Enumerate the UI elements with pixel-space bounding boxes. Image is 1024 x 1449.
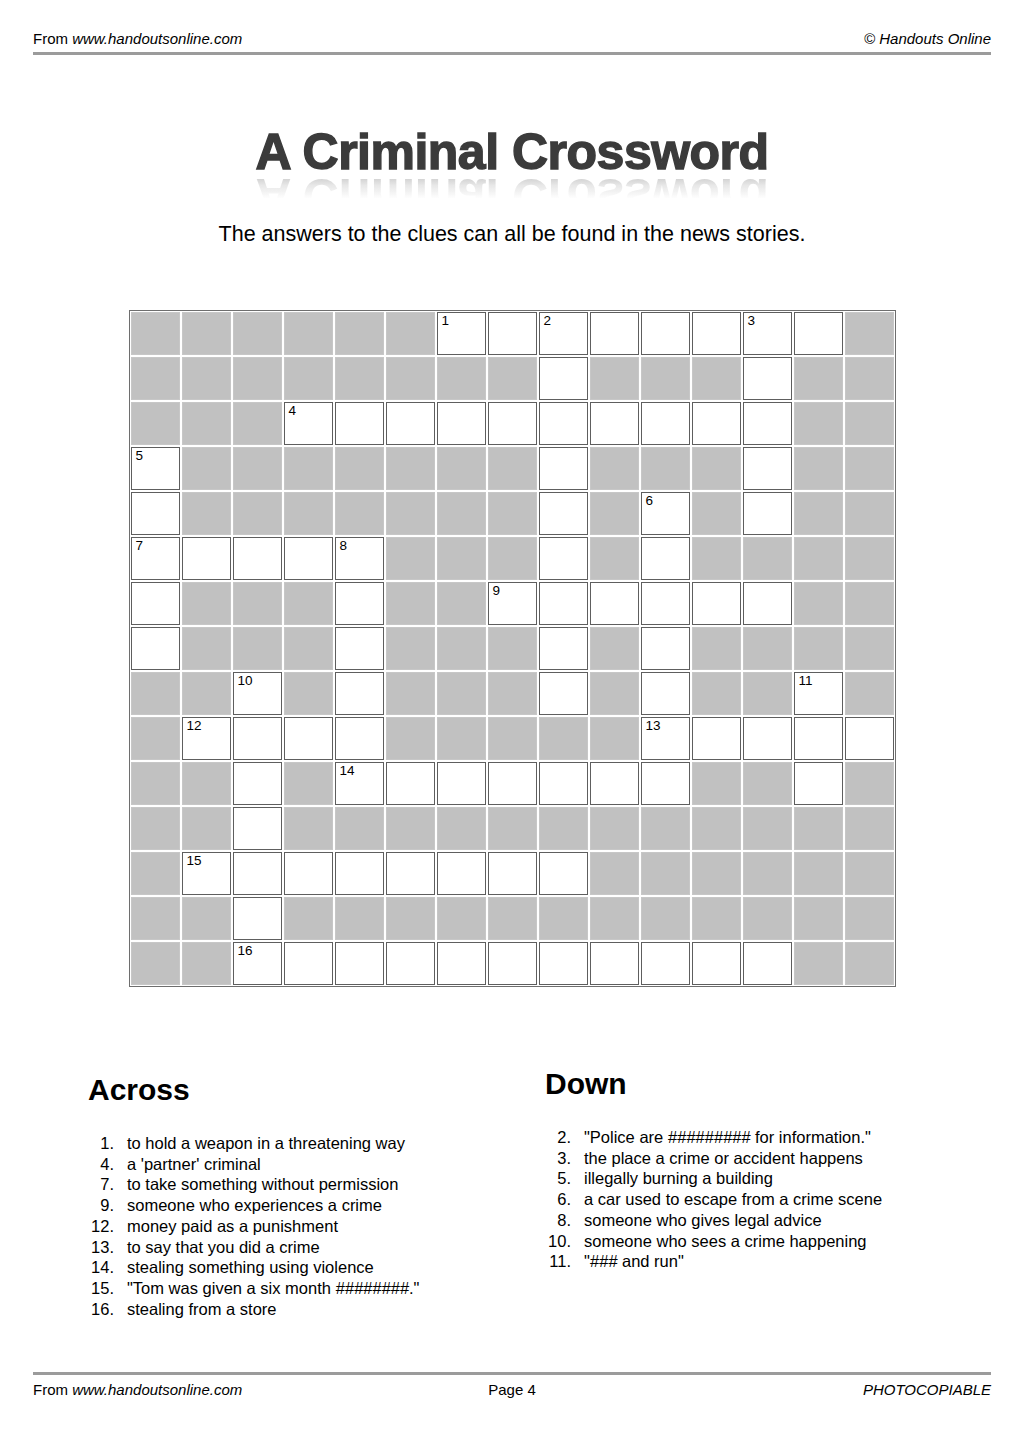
grid-cell-block: [845, 852, 894, 895]
grid-cell-open[interactable]: [386, 762, 435, 805]
grid-cell-block: [386, 807, 435, 850]
clue-number: 16.: [78, 1299, 114, 1320]
grid-cell-block: [794, 357, 843, 400]
clue-segment: illegally burning a building: [584, 1169, 773, 1187]
grid-cell-block: [284, 312, 333, 355]
grid-cell-open[interactable]: [641, 537, 690, 580]
grid-cell-block: [794, 447, 843, 490]
grid-cell-block: [437, 807, 486, 850]
grid-cell-block: [743, 807, 792, 850]
grid-cell-open[interactable]: [437, 942, 486, 985]
page-footer: From www.handoutsonline.com Page 4 PHOTO…: [33, 1372, 991, 1398]
grid-cell-block: [284, 447, 333, 490]
grid-cell-open[interactable]: [488, 402, 537, 445]
grid-cell-open[interactable]: 10: [233, 672, 282, 715]
clue-number: 3.: [535, 1148, 571, 1169]
clue-segment: "Tom was given a six month: [127, 1279, 336, 1297]
grid-cell-open[interactable]: 13: [641, 717, 690, 760]
clue-text: to hold a weapon in a threatening way: [127, 1133, 490, 1154]
grid-cell-block: [335, 357, 384, 400]
across-heading: Across: [88, 1073, 490, 1107]
grid-cell-block: [845, 942, 894, 985]
clue-number: 14.: [78, 1257, 114, 1278]
clue-number: 11.: [535, 1251, 571, 1272]
grid-cell-block: [386, 717, 435, 760]
clue-text: money paid as a punishment: [127, 1216, 490, 1237]
clue-number: 4.: [78, 1154, 114, 1175]
grid-cell-block: [131, 897, 180, 940]
grid-cell-block: [386, 492, 435, 535]
clue-text: a car used to escape from a crime scene: [584, 1189, 991, 1210]
grid-cell-open[interactable]: 4: [284, 402, 333, 445]
grid-cell-block: [335, 312, 384, 355]
grid-cell-block: [386, 627, 435, 670]
cell-number: 15: [187, 854, 202, 868]
grid-cell-block: [437, 897, 486, 940]
header-source-site: www.handoutsonline.com: [72, 30, 242, 47]
grid-cell-open[interactable]: [590, 582, 639, 625]
grid-cell-open[interactable]: [335, 582, 384, 625]
grid-cell-block: [590, 492, 639, 535]
clue-blank-hashes: ###: [590, 1252, 618, 1270]
grid-cell-block: [182, 312, 231, 355]
grid-cell-block: [845, 672, 894, 715]
clue-segment: for information.": [750, 1128, 871, 1146]
grid-cell-block: [692, 762, 741, 805]
grid-cell-open[interactable]: 8: [335, 537, 384, 580]
grid-cell-open[interactable]: 9: [488, 582, 537, 625]
grid-cell-block: [641, 852, 690, 895]
clue-segment: a car used to escape from a crime scene: [584, 1190, 882, 1208]
header-source: From www.handoutsonline.com: [33, 30, 242, 47]
grid-area: 12345678910111213141516: [0, 310, 1024, 987]
grid-cell-block: [488, 447, 537, 490]
grid-cell-open[interactable]: [284, 537, 333, 580]
grid-cell-open[interactable]: [131, 582, 180, 625]
grid-cell-block: [590, 447, 639, 490]
grid-cell-block: [488, 672, 537, 715]
grid-cell-open[interactable]: 16: [233, 942, 282, 985]
across-clues: Across 1.to hold a weapon in a threateni…: [33, 1073, 490, 1319]
grid-cell-block: [488, 492, 537, 535]
grid-cell-block: [335, 897, 384, 940]
grid-cell-open[interactable]: [539, 852, 588, 895]
clue-segment: to say that you did a crime: [127, 1238, 320, 1256]
grid-cell-open[interactable]: [539, 402, 588, 445]
grid-cell-open[interactable]: [743, 447, 792, 490]
grid-cell-block: [539, 807, 588, 850]
grid-cell-block: [182, 447, 231, 490]
grid-cell-block: [539, 897, 588, 940]
clue-text: illegally burning a building: [584, 1168, 991, 1189]
page-title: A Criminal Crossword: [0, 125, 1024, 179]
grid-cell-block: [692, 537, 741, 580]
grid-cell-block: [386, 672, 435, 715]
grid-cell-block: [233, 357, 282, 400]
grid-cell-open[interactable]: [539, 492, 588, 535]
cell-number: 4: [289, 404, 297, 418]
grid-cell-open[interactable]: [539, 672, 588, 715]
clue-text: "Police are ######### for information.": [584, 1127, 991, 1148]
grid-cell-open[interactable]: 3: [743, 312, 792, 355]
grid-cell-open[interactable]: [692, 402, 741, 445]
grid-cell-block: [233, 402, 282, 445]
grid-cell-block: [743, 852, 792, 895]
grid-cell-block: [845, 492, 894, 535]
clue-blank-hashes: #########: [668, 1128, 751, 1146]
grid-cell-open[interactable]: [386, 852, 435, 895]
grid-cell-block: [182, 582, 231, 625]
grid-cell-open[interactable]: [641, 627, 690, 670]
cell-number: 1: [442, 314, 450, 328]
cell-number: 5: [136, 449, 144, 463]
grid-cell-block: [794, 897, 843, 940]
cell-number: 13: [646, 719, 661, 733]
grid-cell-open[interactable]: [233, 897, 282, 940]
grid-cell-block: [845, 357, 894, 400]
grid-cell-block: [182, 627, 231, 670]
grid-cell-open[interactable]: [692, 942, 741, 985]
clue-segment: someone who experiences a crime: [127, 1196, 382, 1214]
grid-cell-block: [386, 312, 435, 355]
grid-cell-open[interactable]: [641, 402, 690, 445]
grid-cell-open[interactable]: [743, 582, 792, 625]
grid-cell-open[interactable]: [335, 852, 384, 895]
across-clue-list: 1.to hold a weapon in a threatening way4…: [78, 1133, 490, 1319]
clue-text: the place a crime or accident happens: [584, 1148, 991, 1169]
grid-cell-open[interactable]: 5: [131, 447, 180, 490]
grid-cell-open[interactable]: [284, 717, 333, 760]
grid-cell-block: [845, 762, 894, 805]
grid-cell-open[interactable]: [386, 402, 435, 445]
clue-segment: a 'partner' criminal: [127, 1155, 261, 1173]
grid-cell-block: [590, 852, 639, 895]
grid-cell-block: [437, 492, 486, 535]
grid-cell-open[interactable]: [539, 627, 588, 670]
grid-cell-open[interactable]: [845, 717, 894, 760]
clue-segment: money paid as a punishment: [127, 1217, 338, 1235]
grid-cell-open[interactable]: [335, 402, 384, 445]
grid-cell-block: [182, 807, 231, 850]
grid-cell-block: [641, 807, 690, 850]
grid-cell-open[interactable]: [590, 402, 639, 445]
grid-cell-block: [794, 942, 843, 985]
clue-segment: stealing something using violence: [127, 1258, 374, 1276]
grid-cell-block: [131, 942, 180, 985]
grid-cell-block: [692, 852, 741, 895]
grid-cell-block: [488, 717, 537, 760]
cell-number: 2: [544, 314, 552, 328]
grid-cell-open[interactable]: [488, 762, 537, 805]
cell-number: 16: [238, 944, 253, 958]
grid-cell-block: [743, 897, 792, 940]
clue-text: someone who experiences a crime: [127, 1195, 490, 1216]
grid-cell-open[interactable]: 2: [539, 312, 588, 355]
grid-cell-open[interactable]: [233, 762, 282, 805]
grid-cell-open[interactable]: 14: [335, 762, 384, 805]
clue-text: "Tom was given a six month ########.": [127, 1278, 490, 1299]
grid-cell-block: [794, 852, 843, 895]
grid-cell-block: [692, 357, 741, 400]
clue-segment: to hold a weapon in a threatening way: [127, 1134, 405, 1152]
grid-cell-open[interactable]: [335, 717, 384, 760]
grid-cell-open[interactable]: [590, 762, 639, 805]
grid-cell-open[interactable]: [539, 582, 588, 625]
grid-cell-open[interactable]: 15: [182, 852, 231, 895]
grid-cell-block: [335, 807, 384, 850]
clue-text: to say that you did a crime: [127, 1237, 490, 1258]
grid-cell-block: [692, 672, 741, 715]
cell-number: 12: [187, 719, 202, 733]
grid-cell-block: [386, 357, 435, 400]
grid-cell-block: [284, 897, 333, 940]
clue-number: 8.: [535, 1210, 571, 1231]
page-header: From www.handoutsonline.com © Handouts O…: [33, 0, 991, 55]
clue-number: 15.: [78, 1278, 114, 1299]
grid-cell-block: [488, 627, 537, 670]
grid-cell-block: [641, 897, 690, 940]
clue-number: 13.: [78, 1237, 114, 1258]
grid-cell-block: [131, 312, 180, 355]
grid-cell-block: [131, 672, 180, 715]
grid-cell-open[interactable]: [641, 942, 690, 985]
clue-number: 5.: [535, 1168, 571, 1189]
grid-cell-block: [488, 897, 537, 940]
grid-cell-block: [488, 537, 537, 580]
grid-cell-block: [335, 447, 384, 490]
clue-segment: stealing from a store: [127, 1300, 276, 1318]
grid-cell-block: [743, 672, 792, 715]
grid-cell-block: [437, 537, 486, 580]
grid-cell-block: [182, 357, 231, 400]
grid-cell-block: [845, 312, 894, 355]
grid-cell-block: [284, 807, 333, 850]
grid-cell-open[interactable]: [437, 762, 486, 805]
grid-cell-open[interactable]: [539, 357, 588, 400]
grid-cell-block: [386, 537, 435, 580]
grid-cell-open[interactable]: [743, 402, 792, 445]
grid-cell-open[interactable]: [335, 627, 384, 670]
clue-text: someone who gives legal advice: [584, 1210, 991, 1231]
grid-cell-open[interactable]: [284, 852, 333, 895]
grid-cell-block: [590, 897, 639, 940]
cell-number: 7: [136, 539, 144, 553]
grid-cell-open[interactable]: [539, 762, 588, 805]
grid-cell-block: [131, 807, 180, 850]
grid-cell-open[interactable]: [743, 942, 792, 985]
grid-cell-block: [437, 582, 486, 625]
grid-cell-block: [845, 537, 894, 580]
down-clue-list: 2."Police are ######### for information.…: [535, 1127, 991, 1272]
grid-cell-open[interactable]: [743, 492, 792, 535]
grid-cell-block: [233, 582, 282, 625]
clue-text: to take something without permission: [127, 1174, 490, 1195]
grid-cell-open[interactable]: [233, 807, 282, 850]
grid-cell-block: [845, 402, 894, 445]
grid-cell-block: [794, 492, 843, 535]
clue-text: stealing from a store: [127, 1299, 490, 1320]
grid-cell-block: [386, 582, 435, 625]
grid-cell-block: [794, 402, 843, 445]
grid-cell-block: [692, 897, 741, 940]
grid-cell-block: [131, 402, 180, 445]
cell-number: 8: [340, 539, 348, 553]
grid-cell-block: [386, 447, 435, 490]
grid-cell-block: [131, 852, 180, 895]
grid-cell-open[interactable]: [233, 537, 282, 580]
grid-cell-open[interactable]: [692, 717, 741, 760]
grid-cell-block: [284, 627, 333, 670]
footer-source-site: www.handoutsonline.com: [72, 1381, 242, 1398]
grid-cell-open[interactable]: [437, 402, 486, 445]
grid-cell-block: [590, 672, 639, 715]
grid-cell-open[interactable]: [641, 312, 690, 355]
grid-cell-open[interactable]: [794, 762, 843, 805]
grid-cell-open[interactable]: [539, 942, 588, 985]
clues-section: Across 1.to hold a weapon in a threateni…: [33, 1073, 991, 1319]
grid-cell-block: [590, 717, 639, 760]
grid-cell-open[interactable]: [488, 942, 537, 985]
grid-cell-block: [845, 627, 894, 670]
grid-cell-open[interactable]: [284, 942, 333, 985]
clue-segment: to take something without permission: [127, 1175, 398, 1193]
grid-cell-open[interactable]: [335, 942, 384, 985]
grid-cell-block: [743, 627, 792, 670]
cell-number: 9: [493, 584, 501, 598]
clue-segment: someone who gives legal advice: [584, 1211, 822, 1229]
grid-cell-block: [845, 897, 894, 940]
grid-cell-block: [182, 762, 231, 805]
grid-cell-open[interactable]: [692, 582, 741, 625]
grid-cell-open[interactable]: [488, 312, 537, 355]
grid-cell-open[interactable]: [794, 717, 843, 760]
grid-cell-open[interactable]: [743, 717, 792, 760]
grid-cell-block: [845, 582, 894, 625]
grid-cell-open[interactable]: [131, 492, 180, 535]
grid-cell-open[interactable]: [641, 672, 690, 715]
grid-cell-open[interactable]: [590, 312, 639, 355]
clue-number: 1.: [78, 1133, 114, 1154]
cell-number: 6: [646, 494, 654, 508]
grid-cell-block: [794, 582, 843, 625]
clue-text: a 'partner' criminal: [127, 1154, 490, 1175]
cell-number: 3: [748, 314, 756, 328]
grid-cell-block: [794, 627, 843, 670]
grid-cell-open[interactable]: [641, 582, 690, 625]
grid-cell-block: [641, 357, 690, 400]
grid-cell-open[interactable]: [692, 312, 741, 355]
grid-cell-block: [692, 627, 741, 670]
grid-cell-open[interactable]: [488, 852, 537, 895]
grid-cell-block: [743, 762, 792, 805]
grid-cell-open[interactable]: [233, 852, 282, 895]
grid-cell-block: [182, 942, 231, 985]
photocopiable-label: PHOTOCOPIABLE: [653, 1381, 991, 1398]
grid-cell-block: [284, 492, 333, 535]
grid-cell-block: [845, 447, 894, 490]
grid-cell-open[interactable]: 1: [437, 312, 486, 355]
footer-source-prefix: From: [33, 1381, 72, 1398]
grid-cell-block: [284, 357, 333, 400]
grid-cell-block: [233, 627, 282, 670]
grid-cell-open[interactable]: [743, 357, 792, 400]
clue-number: 2.: [535, 1127, 571, 1148]
clue-number: 9.: [78, 1195, 114, 1216]
worksheet-page: From www.handoutsonline.com © Handouts O…: [0, 0, 1024, 1319]
grid-cell-open[interactable]: [794, 312, 843, 355]
grid-cell-block: [233, 447, 282, 490]
title-block: A Criminal Crossword A Criminal Crosswor…: [0, 125, 1024, 179]
grid-cell-block: [539, 717, 588, 760]
grid-cell-block: [437, 717, 486, 760]
down-clues: Down 2."Police are ######### for informa…: [490, 1067, 991, 1319]
grid-cell-block: [845, 807, 894, 850]
grid-cell-block: [386, 897, 435, 940]
clue-number: 10.: [535, 1231, 571, 1252]
grid-cell-open[interactable]: [386, 942, 435, 985]
grid-cell-open[interactable]: [539, 447, 588, 490]
grid-cell-block: [131, 357, 180, 400]
grid-cell-block: [590, 537, 639, 580]
grid-cell-open[interactable]: 6: [641, 492, 690, 535]
grid-cell-block: [437, 357, 486, 400]
grid-cell-block: [182, 897, 231, 940]
clue-text: someone who sees a crime happening: [584, 1231, 991, 1252]
clue-segment: "Police are: [584, 1128, 668, 1146]
grid-cell-block: [590, 357, 639, 400]
grid-cell-block: [437, 627, 486, 670]
grid-cell-block: [284, 762, 333, 805]
grid-cell-block: [692, 807, 741, 850]
grid-cell-block: [794, 807, 843, 850]
grid-cell-block: [590, 807, 639, 850]
clue-text: "### and run": [584, 1251, 991, 1272]
grid-cell-block: [590, 627, 639, 670]
grid-cell-open[interactable]: [539, 537, 588, 580]
grid-cell-open[interactable]: [233, 717, 282, 760]
grid-cell-open[interactable]: [131, 627, 180, 670]
grid-cell-block: [488, 807, 537, 850]
cell-number: 14: [340, 764, 355, 778]
grid-cell-block: [284, 672, 333, 715]
clue-text: stealing something using violence: [127, 1257, 490, 1278]
grid-cell-open[interactable]: [182, 537, 231, 580]
grid-cell-block: [437, 447, 486, 490]
grid-cell-open[interactable]: 7: [131, 537, 180, 580]
grid-cell-block: [794, 537, 843, 580]
grid-cell-open[interactable]: [590, 942, 639, 985]
grid-cell-open[interactable]: [437, 852, 486, 895]
clue-segment: .": [409, 1279, 419, 1297]
grid-cell-block: [233, 492, 282, 535]
grid-cell-open[interactable]: 11: [794, 672, 843, 715]
grid-cell-block: [437, 672, 486, 715]
down-heading: Down: [545, 1067, 991, 1101]
grid-cell-open[interactable]: 12: [182, 717, 231, 760]
clue-number: 12.: [78, 1216, 114, 1237]
grid-cell-block: [692, 447, 741, 490]
grid-cell-block: [131, 717, 180, 760]
grid-cell-block: [692, 492, 741, 535]
grid-cell-open[interactable]: [335, 672, 384, 715]
grid-cell-open[interactable]: [641, 762, 690, 805]
clue-segment: and run": [617, 1252, 683, 1270]
grid-cell-block: [182, 672, 231, 715]
clue-segment: someone who sees a crime happening: [584, 1232, 867, 1250]
header-copyright: © Handouts Online: [864, 30, 991, 47]
clue-number: 7.: [78, 1174, 114, 1195]
grid-cell-block: [284, 582, 333, 625]
